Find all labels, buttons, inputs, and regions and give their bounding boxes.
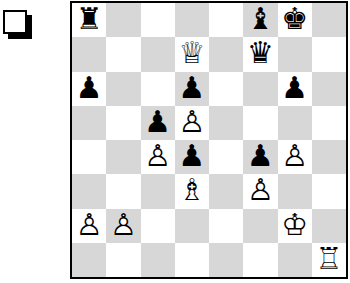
square-c1[interactable] [141,243,175,277]
square-h2[interactable] [312,209,346,243]
square-e6[interactable] [209,72,243,106]
square-d8[interactable] [175,3,209,37]
square-e4[interactable] [209,140,243,174]
square-a1[interactable] [72,243,106,277]
square-f1[interactable] [243,243,277,277]
white-pawn-a2[interactable]: ♙ [76,210,103,240]
square-g2[interactable]: ♚♔ [278,209,312,243]
square-d1[interactable] [175,243,209,277]
square-b5[interactable] [106,106,140,140]
square-a2[interactable]: ♟♙ [72,209,106,243]
square-f3[interactable]: ♟♙ [243,174,277,208]
square-e7[interactable] [209,37,243,71]
black-king-g8[interactable]: ♚ [281,5,308,35]
chess-board: ♜♝♚♛♕♛♟♟♟♟♟♙♟♙♟♟♟♙♝♗♟♙♟♙♟♙♚♔♜♖ [70,1,348,279]
white-pawn-g4[interactable]: ♙ [281,142,308,172]
square-f7[interactable]: ♛ [243,37,277,71]
square-d5[interactable]: ♟♙ [175,106,209,140]
chess-diagram: ♜♝♚♛♕♛♟♟♟♟♟♙♟♙♟♟♟♙♝♗♟♙♟♙♟♙♚♔♜♖ [0,0,350,283]
square-h6[interactable] [312,72,346,106]
square-b8[interactable] [106,3,140,37]
square-a4[interactable] [72,140,106,174]
square-b7[interactable] [106,37,140,71]
square-f6[interactable] [243,72,277,106]
square-d4[interactable]: ♟ [175,140,209,174]
square-a3[interactable] [72,174,106,208]
square-b3[interactable] [106,174,140,208]
square-e3[interactable] [209,174,243,208]
square-e5[interactable] [209,106,243,140]
square-f5[interactable] [243,106,277,140]
square-g8[interactable]: ♚ [278,3,312,37]
square-h7[interactable] [312,37,346,71]
black-pawn-d6[interactable]: ♟ [178,73,205,103]
square-d2[interactable] [175,209,209,243]
square-c2[interactable] [141,209,175,243]
white-bishop-d3[interactable]: ♗ [178,176,205,206]
white-king-g2[interactable]: ♔ [281,210,308,240]
square-h8[interactable] [312,3,346,37]
square-h1[interactable]: ♜♖ [312,243,346,277]
square-c6[interactable] [141,72,175,106]
white-pawn-b2[interactable]: ♙ [110,210,137,240]
white-queen-d7[interactable]: ♕ [178,39,205,69]
square-h4[interactable] [312,140,346,174]
square-c4[interactable]: ♟♙ [141,140,175,174]
square-d7[interactable]: ♛♕ [175,37,209,71]
square-h5[interactable] [312,106,346,140]
white-rook-h1[interactable]: ♖ [315,244,342,274]
square-g7[interactable] [278,37,312,71]
square-g4[interactable]: ♟♙ [278,140,312,174]
square-f4[interactable]: ♟ [243,140,277,174]
square-g6[interactable]: ♟ [278,72,312,106]
square-a5[interactable] [72,106,106,140]
black-pawn-a6[interactable]: ♟ [76,73,103,103]
black-rook-a8[interactable]: ♜ [76,5,103,35]
black-pawn-f4[interactable]: ♟ [247,142,274,172]
square-e1[interactable] [209,243,243,277]
square-b2[interactable]: ♟♙ [106,209,140,243]
white-pawn-f3[interactable]: ♙ [247,176,274,206]
square-g5[interactable] [278,106,312,140]
square-e2[interactable] [209,209,243,243]
square-d6[interactable]: ♟ [175,72,209,106]
square-a8[interactable]: ♜ [72,3,106,37]
square-g3[interactable] [278,174,312,208]
square-e8[interactable] [209,3,243,37]
black-pawn-c5[interactable]: ♟ [144,107,171,137]
square-c3[interactable] [141,174,175,208]
white-pawn-d5[interactable]: ♙ [178,107,205,137]
square-b6[interactable] [106,72,140,106]
square-h3[interactable] [312,174,346,208]
square-b1[interactable] [106,243,140,277]
square-b4[interactable] [106,140,140,174]
white-pawn-c4[interactable]: ♙ [144,142,171,172]
square-c5[interactable]: ♟ [141,106,175,140]
square-f8[interactable]: ♝ [243,3,277,37]
square-f2[interactable] [243,209,277,243]
black-pawn-d4[interactable]: ♟ [178,142,205,172]
black-bishop-f8[interactable]: ♝ [247,5,274,35]
white-to-move-indicator-icon [3,10,27,34]
black-pawn-g6[interactable]: ♟ [281,73,308,103]
black-queen-f7[interactable]: ♛ [247,39,274,69]
square-d3[interactable]: ♝♗ [175,174,209,208]
square-c8[interactable] [141,3,175,37]
square-a6[interactable]: ♟ [72,72,106,106]
square-a7[interactable] [72,37,106,71]
square-g1[interactable] [278,243,312,277]
square-c7[interactable] [141,37,175,71]
